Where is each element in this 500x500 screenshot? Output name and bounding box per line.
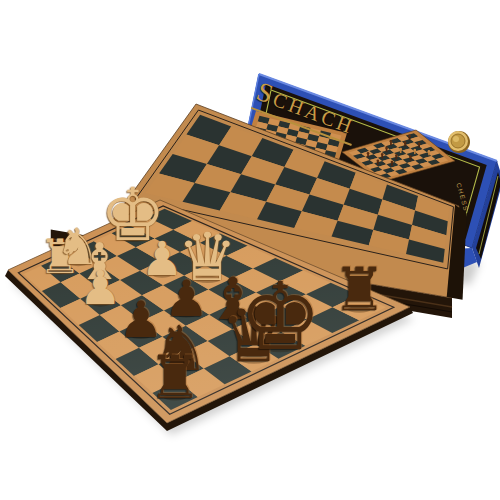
piece-black-r-a1[interactable]: ♜ xyxy=(148,348,202,408)
gold-seal-icon xyxy=(448,131,470,153)
product-photo-chess-set: SCHACH CHESS ♜♞♚♝♟♟♛♟♟♝♞♜♛♚♜ xyxy=(0,0,500,500)
piece-white-p-b6[interactable]: ♟ xyxy=(79,266,121,313)
piece-black-r-h1[interactable]: ♜ xyxy=(332,260,386,320)
piece-black-k-e1[interactable]: ♚ xyxy=(238,271,321,364)
